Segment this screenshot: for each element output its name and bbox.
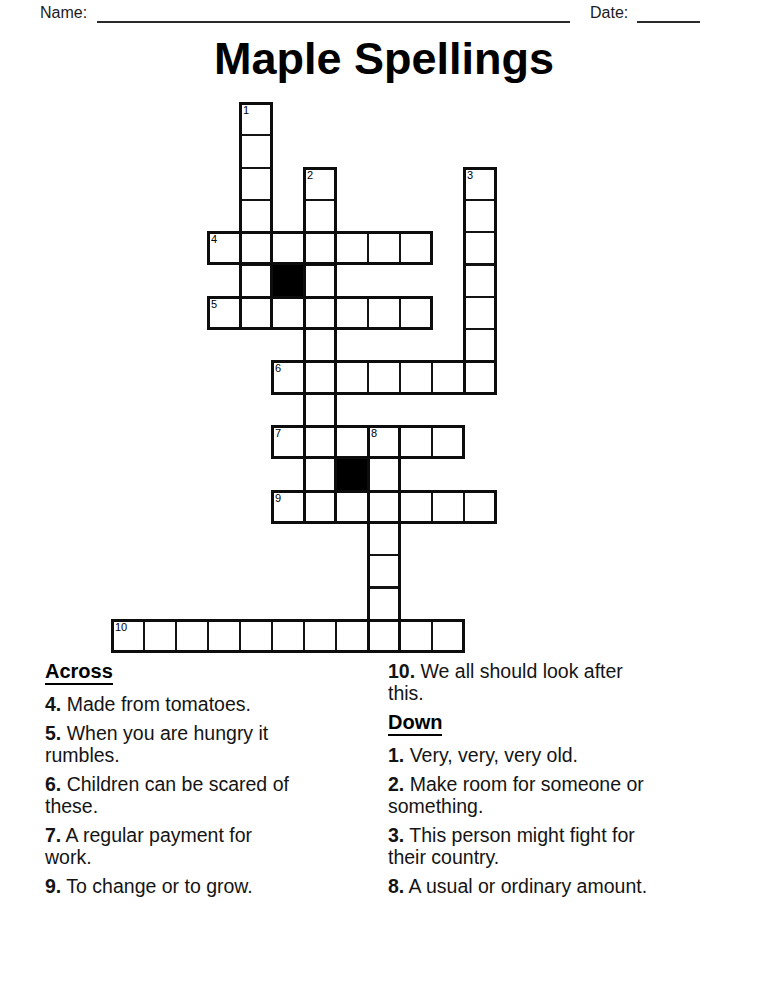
clue-across-9: 9. To change or to grow. <box>45 875 300 897</box>
grid-cell[interactable] <box>463 328 497 362</box>
grid-cell[interactable] <box>303 457 337 491</box>
clue-number: 9. <box>45 875 61 897</box>
grid-cell[interactable] <box>335 296 369 330</box>
clue-number: 2. <box>388 773 404 795</box>
grid-cell[interactable] <box>303 360 337 394</box>
crossword-grid: 12345678910 <box>0 0 768 660</box>
clue-down-2: 2. Make room for someone or something. <box>388 773 656 817</box>
clue-number: 5. <box>45 722 61 744</box>
grid-cell[interactable] <box>399 296 433 330</box>
grid-cell[interactable] <box>271 619 305 653</box>
grid-cell[interactable] <box>463 360 497 394</box>
grid-cell[interactable] <box>239 296 273 330</box>
grid-cell[interactable] <box>303 328 337 362</box>
grid-cell[interactable] <box>431 360 465 394</box>
clue-number: 8. <box>388 875 404 897</box>
clue-across-6: 6. Children can be scared of these. <box>45 773 300 817</box>
grid-cell[interactable] <box>207 619 241 653</box>
grid-cell[interactable] <box>431 425 465 459</box>
grid-cell[interactable] <box>367 522 401 556</box>
down-clues: 1. Very, very, very old.2. Make room for… <box>388 744 656 897</box>
clue-text: To change or to grow. <box>61 875 253 897</box>
grid-cell[interactable] <box>239 134 273 168</box>
clue-number: 3. <box>388 824 404 846</box>
grid-cell[interactable] <box>399 231 433 265</box>
grid-cell[interactable] <box>367 231 401 265</box>
clue-text: When you are hungry it rumbles. <box>45 722 268 766</box>
cell-number: 5 <box>211 299 217 310</box>
grid-cell[interactable] <box>367 296 401 330</box>
clue-text: Children can be scared of these. <box>45 773 289 817</box>
clues-left-column: Across 4. Made from tomatoes.5. When you… <box>45 660 300 904</box>
cell-number: 7 <box>275 428 281 439</box>
grid-cell[interactable] <box>239 231 273 265</box>
grid-cell[interactable] <box>335 360 369 394</box>
grid-cell[interactable] <box>303 425 337 459</box>
grid-cell[interactable] <box>335 490 369 524</box>
grid-cell[interactable] <box>367 587 401 621</box>
clue-down-1: 1. Very, very, very old. <box>388 744 656 766</box>
grid-cell[interactable] <box>367 619 401 653</box>
grid-cell[interactable] <box>399 425 433 459</box>
grid-cell[interactable] <box>431 619 465 653</box>
grid-cell[interactable] <box>463 490 497 524</box>
across-clues-overflow: 10. We all should look after this. <box>388 660 656 704</box>
grid-cell[interactable] <box>303 199 337 233</box>
cell-number: 9 <box>275 493 281 504</box>
grid-cell[interactable] <box>239 167 273 201</box>
grid-cell[interactable] <box>367 554 401 588</box>
down-heading: Down <box>388 711 442 736</box>
clue-text: A regular payment for work. <box>45 824 252 868</box>
clue-across-4: 4. Made from tomatoes. <box>45 693 300 715</box>
grid-cell[interactable] <box>335 425 369 459</box>
grid-cell[interactable] <box>431 490 465 524</box>
grid-cell[interactable] <box>239 264 273 298</box>
grid-cell[interactable] <box>303 264 337 298</box>
cell-number: 6 <box>275 363 281 374</box>
clue-across-10: 10. We all should look after this. <box>388 660 656 704</box>
grid-cell[interactable] <box>335 231 369 265</box>
grid-cell[interactable] <box>303 296 337 330</box>
grid-cell[interactable] <box>303 231 337 265</box>
clue-down-8: 8. A usual or ordinary amount. <box>388 875 656 897</box>
grid-cell[interactable] <box>399 490 433 524</box>
grid-cell[interactable] <box>463 199 497 233</box>
grid-cell[interactable] <box>367 457 401 491</box>
clue-text: Made from tomatoes. <box>61 693 251 715</box>
grid-cell[interactable] <box>303 393 337 427</box>
clue-text: A usual or ordinary amount. <box>404 875 647 897</box>
across-clues-left: 4. Made from tomatoes.5. When you are hu… <box>45 693 300 897</box>
grid-cell[interactable] <box>367 360 401 394</box>
grid-cell[interactable] <box>271 231 305 265</box>
grid-cell[interactable] <box>271 296 305 330</box>
clue-across-7: 7. A regular payment for work. <box>45 824 300 868</box>
black-cell <box>335 457 369 491</box>
grid-cell[interactable] <box>399 360 433 394</box>
grid-cell[interactable] <box>399 619 433 653</box>
worksheet-page: Name: Date: Maple Spellings 12345678910 … <box>0 0 768 994</box>
clue-across-5: 5. When you are hungry it rumbles. <box>45 722 300 766</box>
grid-cell[interactable] <box>367 490 401 524</box>
clue-down-3: 3. This person might fight for their cou… <box>388 824 656 868</box>
clue-number: 10. <box>388 660 415 682</box>
grid-cell[interactable] <box>463 296 497 330</box>
clue-number: 7. <box>45 824 61 846</box>
clue-text: This person might fight for their countr… <box>388 824 635 868</box>
cell-number: 2 <box>307 170 313 181</box>
grid-cell[interactable] <box>303 490 337 524</box>
grid-cell[interactable] <box>303 619 337 653</box>
across-heading: Across <box>45 660 113 685</box>
clue-number: 1. <box>388 744 404 766</box>
clue-number: 6. <box>45 773 61 795</box>
cell-number: 10 <box>115 622 127 633</box>
grid-cell[interactable] <box>239 619 273 653</box>
clue-text: Very, very, very old. <box>404 744 578 766</box>
grid-cell[interactable] <box>143 619 177 653</box>
cell-number: 4 <box>211 234 217 245</box>
grid-cell[interactable] <box>335 619 369 653</box>
clues-right-column: 10. We all should look after this. Down … <box>388 660 656 904</box>
grid-cell[interactable] <box>239 199 273 233</box>
cell-number: 1 <box>243 105 249 116</box>
clue-text: Make room for someone or something. <box>388 773 644 817</box>
clue-number: 4. <box>45 693 61 715</box>
black-cell <box>271 264 305 298</box>
clue-text: We all should look after this. <box>388 660 623 704</box>
grid-cell[interactable] <box>463 231 497 265</box>
cell-number: 3 <box>467 170 473 181</box>
cell-number: 8 <box>371 428 377 439</box>
grid-cell[interactable] <box>175 619 209 653</box>
grid-cell[interactable] <box>463 264 497 298</box>
